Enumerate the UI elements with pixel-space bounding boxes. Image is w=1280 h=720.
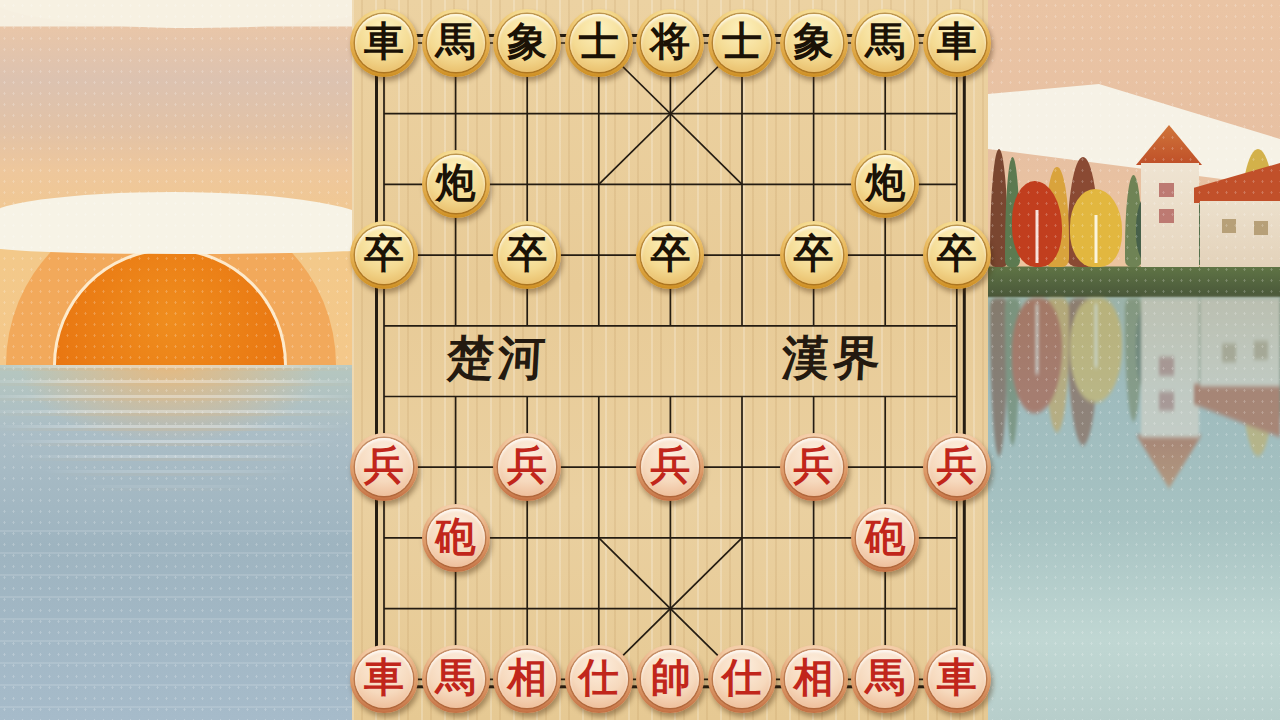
piece-glyph: 車 (937, 658, 977, 698)
left-background-sunset (0, 0, 352, 720)
piece-glyph: 兵 (794, 446, 834, 486)
water-streaks (0, 530, 352, 720)
piece-black-chariot[interactable]: 車 (923, 9, 991, 77)
piece-glyph: 卒 (507, 234, 547, 274)
piece-glyph: 馬 (436, 22, 476, 62)
piece-glyph: 将 (650, 22, 690, 62)
piece-glyph: 士 (579, 22, 619, 62)
piece-red-cannon[interactable]: 砲 (851, 504, 919, 572)
piece-red-soldier[interactable]: 兵 (493, 433, 561, 501)
window (1159, 183, 1174, 197)
house-tower (1141, 298, 1199, 437)
xiangqi-board[interactable]: 楚河 漢界 車馬象士将士象馬車炮炮卒卒卒卒卒兵兵兵兵兵砲砲車馬相仕帥仕相馬車 (352, 0, 988, 720)
piece-glyph: 兵 (507, 446, 547, 486)
piece-glyph: 仕 (579, 658, 619, 698)
piece-red-chariot[interactable]: 車 (350, 645, 418, 713)
lakeside-scene (988, 120, 1280, 267)
piece-glyph: 相 (507, 658, 547, 698)
window (1222, 219, 1236, 233)
house-roof (1194, 163, 1280, 203)
house-tower (1141, 163, 1199, 267)
piece-glyph: 車 (364, 22, 404, 62)
piece-red-chariot[interactable]: 車 (923, 645, 991, 713)
piece-red-soldier[interactable]: 兵 (350, 433, 418, 501)
piece-glyph: 士 (722, 22, 762, 62)
house-tower-roof (1136, 125, 1202, 165)
piece-glyph: 仕 (722, 658, 762, 698)
piece-red-horse[interactable]: 馬 (851, 645, 919, 713)
piece-glyph: 馬 (865, 22, 905, 62)
piece-black-advisor[interactable]: 士 (565, 9, 633, 77)
piece-black-chariot[interactable]: 車 (350, 9, 418, 77)
piece-glyph: 卒 (650, 234, 690, 274)
piece-black-soldier[interactable]: 卒 (780, 221, 848, 289)
cloud-top (0, 0, 352, 28)
piece-glyph: 象 (794, 22, 834, 62)
cloud-band (0, 192, 352, 254)
piece-black-elephant[interactable]: 象 (493, 9, 561, 77)
piece-red-soldier[interactable]: 兵 (923, 433, 991, 501)
house (1200, 201, 1280, 267)
piece-red-elephant[interactable]: 相 (493, 645, 561, 713)
yellow-tree (1070, 189, 1122, 267)
piece-black-soldier[interactable]: 卒 (493, 221, 561, 289)
piece-grid: 車馬象士将士象馬車炮炮卒卒卒卒卒兵兵兵兵兵砲砲車馬相仕帥仕相馬車 (348, 8, 992, 715)
piece-black-elephant[interactable]: 象 (780, 9, 848, 77)
window (1159, 209, 1174, 223)
yellow-tree (1070, 298, 1122, 403)
piece-glyph: 卒 (794, 234, 834, 274)
house-tower-roof (1136, 435, 1202, 489)
piece-black-soldier[interactable]: 卒 (923, 221, 991, 289)
piece-glyph: 車 (364, 658, 404, 698)
piece-glyph: 卒 (937, 234, 977, 274)
piece-black-soldier[interactable]: 卒 (350, 221, 418, 289)
water-reflection (988, 298, 1280, 495)
window (1222, 344, 1236, 363)
piece-black-cannon[interactable]: 炮 (851, 150, 919, 218)
piece-glyph: 炮 (436, 163, 476, 203)
piece-red-advisor[interactable]: 仕 (565, 645, 633, 713)
piece-glyph: 砲 (436, 517, 476, 557)
piece-red-elephant[interactable]: 相 (780, 645, 848, 713)
house-roof (1194, 384, 1280, 438)
piece-glyph: 馬 (436, 658, 476, 698)
piece-black-horse[interactable]: 馬 (851, 9, 919, 77)
house (1200, 298, 1280, 386)
window (1254, 341, 1268, 360)
piece-glyph: 兵 (650, 446, 690, 486)
piece-red-advisor[interactable]: 仕 (708, 645, 776, 713)
piece-red-soldier[interactable]: 兵 (636, 433, 704, 501)
piece-glyph: 炮 (865, 163, 905, 203)
piece-glyph: 相 (794, 658, 834, 698)
piece-glyph: 兵 (937, 446, 977, 486)
lakeside-scene (988, 298, 1280, 495)
piece-black-cannon[interactable]: 炮 (422, 150, 490, 218)
right-background-lakeside (988, 0, 1280, 720)
piece-red-general[interactable]: 帥 (636, 645, 704, 713)
piece-red-soldier[interactable]: 兵 (780, 433, 848, 501)
screen: 楚河 漢界 車馬象士将士象馬車炮炮卒卒卒卒卒兵兵兵兵兵砲砲車馬相仕帥仕相馬車 (0, 0, 1280, 720)
piece-red-horse[interactable]: 馬 (422, 645, 490, 713)
piece-glyph: 馬 (865, 658, 905, 698)
piece-glyph: 兵 (364, 446, 404, 486)
piece-red-cannon[interactable]: 砲 (422, 504, 490, 572)
piece-black-horse[interactable]: 馬 (422, 9, 490, 77)
piece-black-soldier[interactable]: 卒 (636, 221, 704, 289)
piece-glyph: 車 (937, 22, 977, 62)
piece-glyph: 卒 (364, 234, 404, 274)
window (1254, 221, 1268, 235)
window (1159, 392, 1174, 411)
piece-glyph: 象 (507, 22, 547, 62)
piece-glyph: 帥 (650, 658, 690, 698)
window (1159, 357, 1174, 376)
piece-black-general[interactable]: 将 (636, 9, 704, 77)
piece-black-advisor[interactable]: 士 (708, 9, 776, 77)
piece-glyph: 砲 (865, 517, 905, 557)
